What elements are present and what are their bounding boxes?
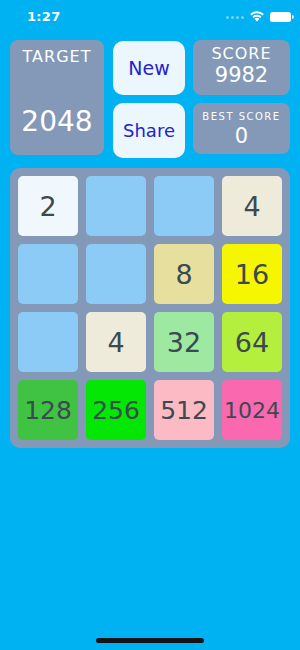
status-icons <box>226 11 291 23</box>
target-label: TARGET <box>10 47 104 66</box>
home-indicator[interactable] <box>96 638 204 643</box>
empty-cell <box>154 176 214 236</box>
score-panel: SCORE 9982 <box>193 40 290 95</box>
best-score-value: 0 <box>193 124 290 148</box>
tile-64: 64 <box>222 312 282 372</box>
target-value: 2048 <box>10 105 104 138</box>
status-bar: 1:27 <box>0 0 300 30</box>
empty-cell <box>18 312 78 372</box>
tile-256: 256 <box>86 380 146 440</box>
cellular-signal-icon <box>226 16 244 19</box>
tile-512: 512 <box>154 380 214 440</box>
empty-cell <box>86 244 146 304</box>
best-score-label: BEST SCORE <box>193 111 290 122</box>
empty-cell <box>86 176 146 236</box>
tile-8: 8 <box>154 244 214 304</box>
tile-4: 4 <box>86 312 146 372</box>
score-value: 9982 <box>193 63 290 87</box>
tile-128: 128 <box>18 380 78 440</box>
clock-time: 1:27 <box>27 9 61 24</box>
target-panel: TARGET 2048 <box>10 40 104 155</box>
tile-32: 32 <box>154 312 214 372</box>
share-button[interactable]: Share <box>113 103 185 158</box>
best-score-panel: BEST SCORE 0 <box>193 103 290 154</box>
tile-2: 2 <box>18 176 78 236</box>
battery-icon <box>270 12 291 22</box>
tile-16: 16 <box>222 244 282 304</box>
tile-1024: 1024 <box>222 380 282 440</box>
score-label: SCORE <box>193 44 290 63</box>
tile-4: 4 <box>222 176 282 236</box>
new-game-button[interactable]: New <box>113 41 185 95</box>
empty-cell <box>18 244 78 304</box>
wifi-icon <box>249 11 265 23</box>
game-board[interactable]: 24816432641282565121024 <box>10 168 290 448</box>
